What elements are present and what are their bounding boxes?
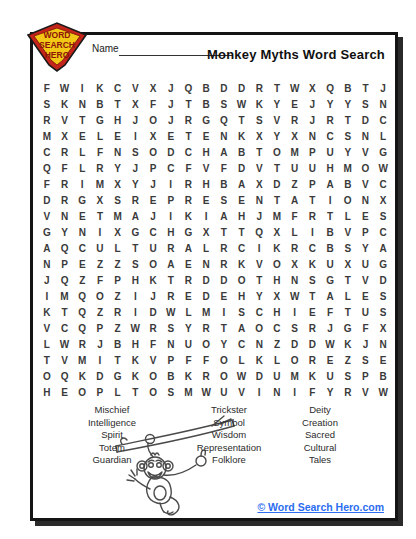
word-item: Intelligence <box>56 417 168 430</box>
grid-cell: S <box>215 96 233 112</box>
grid-cell: H <box>233 288 251 304</box>
grid-cell: A <box>180 240 198 256</box>
word-list-column-1: MischiefIntelligenceSpiritTotemGuardian <box>56 404 168 467</box>
grid-cell: S <box>374 288 392 304</box>
grid-cell: A <box>321 176 339 192</box>
grid-cell: K <box>233 128 251 144</box>
grid-cell: R <box>180 176 198 192</box>
grid-cell: F <box>304 384 322 400</box>
grid-cell: Q <box>180 80 198 96</box>
grid-cell: J <box>127 160 145 176</box>
grid-cell: Z <box>73 272 91 288</box>
grid-cell: D <box>250 368 268 384</box>
grid-cell: Q <box>38 160 56 176</box>
grid-cell: D <box>233 160 251 176</box>
word-search-grid: FWIKCVXJQBDDRTWXQBTJSKNBTXFJTBSWKYEJYYSN… <box>38 80 392 400</box>
grid-cell: O <box>38 368 56 384</box>
grid-cell: C <box>321 128 339 144</box>
word-item: Spirit <box>56 429 168 442</box>
grid-cell: L <box>109 384 127 400</box>
grid-cell: E <box>286 96 304 112</box>
grid-cell: M <box>73 352 91 368</box>
grid-cell: R <box>109 304 127 320</box>
grid-cell: D <box>233 80 251 96</box>
grid-cell: E <box>215 288 233 304</box>
grid-cell: U <box>321 256 339 272</box>
grid-cell: J <box>357 336 375 352</box>
grid-cell: U <box>215 384 233 400</box>
grid-cell: R <box>286 112 304 128</box>
grid-cell: S <box>374 304 392 320</box>
grid-cell: O <box>144 384 162 400</box>
grid-cell: I <box>304 224 322 240</box>
grid-cell: R <box>127 192 145 208</box>
grid-cell: O <box>357 160 375 176</box>
grid-cell: X <box>56 128 74 144</box>
grid-cell: E <box>73 256 91 272</box>
grid-cell: S <box>109 192 127 208</box>
grid-cell: Z <box>268 336 286 352</box>
grid-cell: X <box>127 96 145 112</box>
grid-cell: L <box>38 336 56 352</box>
grid-cell: E <box>180 256 198 272</box>
grid-cell: K <box>250 352 268 368</box>
grid-cell: X <box>286 128 304 144</box>
grid-cell: V <box>38 208 56 224</box>
grid-cell: T <box>304 288 322 304</box>
grid-cell: Q <box>250 224 268 240</box>
grid-cell: U <box>357 256 375 272</box>
grid-cell: G <box>180 224 198 240</box>
grid-cell: Z <box>286 176 304 192</box>
grid-cell: F <box>144 336 162 352</box>
grid-cell: F <box>180 352 198 368</box>
grid-cell: X <box>91 192 109 208</box>
grid-cell: J <box>144 288 162 304</box>
grid-cell: O <box>144 144 162 160</box>
grid-cell: Y <box>109 160 127 176</box>
grid-cell: P <box>162 192 180 208</box>
grid-cell: B <box>109 336 127 352</box>
grid-cell: X <box>304 80 322 96</box>
grid-cell: I <box>127 128 145 144</box>
grid-cell: C <box>109 80 127 96</box>
grid-cell: A <box>286 192 304 208</box>
grid-cell: V <box>357 272 375 288</box>
grid-cell: A <box>162 256 180 272</box>
grid-cell: C <box>250 304 268 320</box>
grid-cell: G <box>374 144 392 160</box>
grid-cell: L <box>197 240 215 256</box>
grid-cell: F <box>38 176 56 192</box>
grid-cell: Z <box>109 320 127 336</box>
grid-cell: I <box>250 384 268 400</box>
left-foot <box>127 469 137 481</box>
grid-cell: Q <box>56 368 74 384</box>
logo-text-search: SEARCH <box>39 40 75 50</box>
grid-cell: R <box>215 256 233 272</box>
grid-cell: K <box>250 96 268 112</box>
grid-cell: J <box>144 208 162 224</box>
grid-cell: W <box>286 80 304 96</box>
grid-cell: E <box>73 128 91 144</box>
grid-cell: F <box>286 208 304 224</box>
grid-cell: L <box>73 144 91 160</box>
grid-cell: U <box>304 160 322 176</box>
grid-cell: N <box>73 224 91 240</box>
grid-cell: T <box>215 224 233 240</box>
grid-cell: J <box>162 112 180 128</box>
grid-cell: Q <box>215 112 233 128</box>
grid-cell: T <box>56 304 74 320</box>
grid-cell: I <box>321 192 339 208</box>
grid-cell: R <box>56 144 74 160</box>
word-search-hero-link[interactable]: © Word Search Hero.com <box>257 501 384 513</box>
grid-cell: F <box>180 160 198 176</box>
grid-cell: R <box>215 240 233 256</box>
grid-cell: G <box>109 368 127 384</box>
grid-cell: Y <box>268 96 286 112</box>
grid-cell: T <box>268 192 286 208</box>
grid-cell: O <box>197 336 215 352</box>
grid-cell: I <box>73 80 91 96</box>
grid-cell: N <box>268 384 286 400</box>
grid-cell: L <box>339 208 357 224</box>
grid-cell: W <box>127 320 145 336</box>
word-item: Guardian <box>56 454 168 467</box>
grid-cell: N <box>374 336 392 352</box>
grid-cell: D <box>38 192 56 208</box>
grid-cell: J <box>304 96 322 112</box>
grid-cell: T <box>38 352 56 368</box>
grid-cell: L <box>286 224 304 240</box>
grid-cell: V <box>339 224 357 240</box>
grid-cell: S <box>339 240 357 256</box>
grid-cell: E <box>162 128 180 144</box>
grid-cell: K <box>304 368 322 384</box>
grid-cell: E <box>321 352 339 368</box>
grid-cell: U <box>357 304 375 320</box>
grid-cell: P <box>162 352 180 368</box>
name-label: Name <box>92 43 119 54</box>
grid-cell: U <box>91 240 109 256</box>
grid-cell: C <box>374 176 392 192</box>
grid-cell: O <box>215 368 233 384</box>
grid-cell: W <box>162 304 180 320</box>
grid-cell: L <box>109 240 127 256</box>
grid-cell: D <box>357 112 375 128</box>
grid-cell: Y <box>250 288 268 304</box>
grid-cell: K <box>127 368 145 384</box>
grid-cell: R <box>91 160 109 176</box>
grid-cell: E <box>197 192 215 208</box>
grid-cell: R <box>56 176 74 192</box>
grid-cell: I <box>73 176 91 192</box>
grid-cell: J <box>144 176 162 192</box>
grid-cell: P <box>357 224 375 240</box>
grid-cell: S <box>357 96 375 112</box>
grid-cell: C <box>233 336 251 352</box>
grid-cell: N <box>197 256 215 272</box>
grid-cell: G <box>321 272 339 288</box>
grid-cell: D <box>197 272 215 288</box>
grid-cell: V <box>250 160 268 176</box>
grid-cell: A <box>215 144 233 160</box>
grid-cell: N <box>374 96 392 112</box>
grid-cell: B <box>233 144 251 160</box>
grid-cell: X <box>250 176 268 192</box>
grid-cell: I <box>162 208 180 224</box>
grid-cell: T <box>339 304 357 320</box>
grid-cell: T <box>73 112 91 128</box>
grid-cell: O <box>91 288 109 304</box>
grid-cell: S <box>38 96 56 112</box>
grid-cell: S <box>233 304 251 320</box>
grid-cell: F <box>197 352 215 368</box>
grid-cell: F <box>144 96 162 112</box>
grid-cell: J <box>304 112 322 128</box>
word-item: Creation <box>266 417 374 430</box>
grid-cell: E <box>374 352 392 368</box>
grid-cell: M <box>56 288 74 304</box>
grid-cell: C <box>180 144 198 160</box>
grid-cell: B <box>321 240 339 256</box>
grid-cell: K <box>38 304 56 320</box>
grid-cell: T <box>339 112 357 128</box>
grid-cell: J <box>250 208 268 224</box>
grid-cell: T <box>233 112 251 128</box>
grid-cell: O <box>144 256 162 272</box>
grid-cell: Y <box>339 144 357 160</box>
grid-cell: C <box>162 160 180 176</box>
grid-cell: H <box>197 176 215 192</box>
grid-cell: P <box>304 176 322 192</box>
grid-cell: K <box>144 272 162 288</box>
grid-cell: V <box>127 80 145 96</box>
grid-cell: S <box>162 384 180 400</box>
grid-cell: R <box>180 112 198 128</box>
grid-cell: J <box>321 320 339 336</box>
grid-cell: T <box>215 320 233 336</box>
grid-cell: I <box>91 224 109 240</box>
grid-cell: M <box>109 208 127 224</box>
grid-cell: U <box>268 368 286 384</box>
grid-cell: J <box>162 80 180 96</box>
grid-cell: L <box>268 352 286 368</box>
grid-cell: L <box>91 128 109 144</box>
grid-cell: D <box>374 272 392 288</box>
grid-cell: S <box>286 320 304 336</box>
grid-cell: S <box>374 208 392 224</box>
grid-cell: K <box>127 352 145 368</box>
grid-cell: I <box>286 304 304 320</box>
grid-cell: D <box>144 304 162 320</box>
grid-cell: G <box>339 320 357 336</box>
grid-cell: T <box>127 384 145 400</box>
grid-cell: X <box>268 224 286 240</box>
grid-cell: T <box>162 272 180 288</box>
grid-cell: G <box>91 112 109 128</box>
grid-cell: N <box>56 208 74 224</box>
grid-cell: R <box>162 288 180 304</box>
word-item: Cultural <box>266 442 374 455</box>
grid-cell: F <box>91 272 109 288</box>
grid-cell: N <box>73 96 91 112</box>
grid-cell: W <box>374 160 392 176</box>
grid-cell: P <box>56 256 74 272</box>
word-list-column-3: DeityCreationSacredCulturalTales <box>266 404 374 467</box>
grid-cell: J <box>162 96 180 112</box>
grid-cell: Z <box>109 288 127 304</box>
grid-cell: I <box>162 176 180 192</box>
grid-cell: U <box>180 336 198 352</box>
grid-cell: Z <box>109 256 127 272</box>
grid-cell: B <box>162 368 180 384</box>
grid-cell: G <box>38 224 56 240</box>
grid-cell: K <box>73 368 91 384</box>
grid-cell: A <box>38 240 56 256</box>
grid-cell: F <box>91 144 109 160</box>
grid-cell: W <box>197 384 215 400</box>
grid-cell: F <box>215 160 233 176</box>
grid-cell: N <box>38 256 56 272</box>
grid-cell: N <box>357 192 375 208</box>
grid-cell: X <box>268 288 286 304</box>
grid-cell: T <box>109 352 127 368</box>
grid-cell: W <box>56 336 74 352</box>
grid-cell: Y <box>339 96 357 112</box>
grid-cell: W <box>233 96 251 112</box>
grid-cell: E <box>180 288 198 304</box>
grid-cell: I <box>215 304 233 320</box>
grid-cell: H <box>127 336 145 352</box>
grid-cell: E <box>357 288 375 304</box>
grid-cell: R <box>180 272 198 288</box>
grid-cell: P <box>357 368 375 384</box>
grid-cell: R <box>304 320 322 336</box>
grid-cell: S <box>127 256 145 272</box>
grid-cell: O <box>250 320 268 336</box>
grid-cell: C <box>73 240 91 256</box>
grid-cell: W <box>56 80 74 96</box>
grid-cell: E <box>109 128 127 144</box>
grid-cell: Q <box>73 304 91 320</box>
grid-cell: T <box>339 272 357 288</box>
grid-cell: S <box>339 128 357 144</box>
grid-cell: F <box>56 160 74 176</box>
grid-cell: J <box>127 112 145 128</box>
grid-cell: V <box>233 384 251 400</box>
grid-cell: W <box>286 288 304 304</box>
grid-cell: Y <box>268 128 286 144</box>
grid-cell: R <box>321 112 339 128</box>
grid-cell: X <box>339 256 357 272</box>
grid-cell: U <box>144 240 162 256</box>
grid-cell: N <box>215 128 233 144</box>
grid-cell: R <box>73 336 91 352</box>
grid-cell: M <box>38 128 56 144</box>
word-item: Totem <box>56 442 168 455</box>
grid-cell: T <box>357 80 375 96</box>
grid-cell: L <box>339 288 357 304</box>
grid-cell: Z <box>91 304 109 320</box>
word-item: Sacred <box>266 429 374 442</box>
grid-cell: Y <box>127 176 145 192</box>
grid-cell: X <box>250 128 268 144</box>
grid-cell: S <box>215 192 233 208</box>
grid-cell: E <box>73 208 91 224</box>
grid-cell: Q <box>56 240 74 256</box>
grid-cell: N <box>162 336 180 352</box>
grid-cell: B <box>197 96 215 112</box>
grid-cell: G <box>127 224 145 240</box>
grid-cell: Y <box>56 224 74 240</box>
grid-cell: E <box>233 192 251 208</box>
grid-cell: L <box>374 128 392 144</box>
grid-cell: Y <box>321 96 339 112</box>
grid-cell: X <box>144 80 162 96</box>
belly <box>154 486 166 500</box>
grid-cell: G <box>197 112 215 128</box>
grid-cell: B <box>197 80 215 96</box>
grid-cell: R <box>304 352 322 368</box>
grid-cell: Y <box>215 336 233 352</box>
grid-cell: M <box>339 160 357 176</box>
word-item: Deity <box>266 404 374 417</box>
grid-cell: F <box>38 80 56 96</box>
right-foot <box>164 512 173 514</box>
grid-cell: R <box>304 208 322 224</box>
grid-cell: O <box>215 352 233 368</box>
grid-cell: O <box>233 272 251 288</box>
grid-cell: B <box>321 224 339 240</box>
grid-cell: T <box>268 160 286 176</box>
grid-cell: E <box>56 384 74 400</box>
word-search-hero-logo: WORD SEARCH HERO <box>27 21 87 73</box>
grid-cell: V <box>250 256 268 272</box>
grid-cell: Y <box>180 320 198 336</box>
grid-cell: J <box>38 272 56 288</box>
grid-cell: R <box>250 80 268 96</box>
grid-cell: B <box>339 176 357 192</box>
grid-cell: P <box>109 272 127 288</box>
grid-cell: K <box>268 240 286 256</box>
grid-cell: W <box>233 368 251 384</box>
grid-cell: R <box>56 192 74 208</box>
grid-cell: K <box>91 80 109 96</box>
grid-cell: K <box>56 96 74 112</box>
grid-cell: N <box>286 272 304 288</box>
grid-cell: N <box>304 128 322 144</box>
grid-cell: U <box>321 368 339 384</box>
grid-cell: X <box>144 128 162 144</box>
grid-cell: V <box>268 112 286 128</box>
grid-cell: R <box>197 320 215 336</box>
grid-cell: S <box>304 272 322 288</box>
grid-cell: R <box>38 112 56 128</box>
grid-cell: H <box>162 224 180 240</box>
grid-cell: L <box>180 304 198 320</box>
grid-cell: Q <box>56 272 74 288</box>
grid-cell: T <box>250 144 268 160</box>
grid-cell: V <box>38 320 56 336</box>
grid-cell: Z <box>91 256 109 272</box>
grid-cell: P <box>144 160 162 176</box>
grid-cell: P <box>304 144 322 160</box>
grid-cell: M <box>91 176 109 192</box>
grid-cell: P <box>91 320 109 336</box>
grid-cell: C <box>268 320 286 336</box>
